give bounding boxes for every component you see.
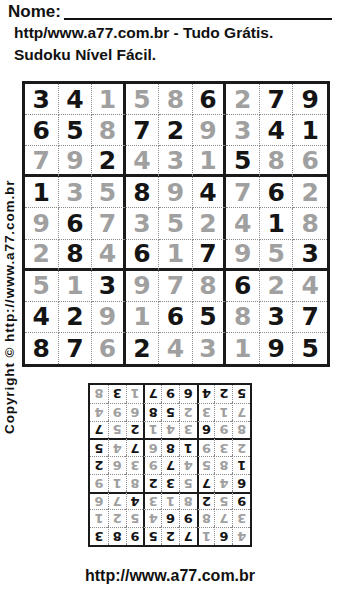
sudoku-cell-r3c6: 3	[143, 492, 161, 510]
sudoku-cell-r3c7: 5	[226, 146, 260, 177]
sudoku-cell-r3c1: 7	[25, 146, 59, 177]
sudoku-cell-r5c7: 4	[226, 208, 260, 239]
sudoku-cell-r2c3: 8	[92, 115, 126, 146]
sudoku-cell-r4c2: 4	[214, 474, 232, 492]
sudoku-cell-r9c8: 9	[260, 333, 294, 364]
sudoku-cell-r6c8: 4	[108, 438, 126, 456]
sudoku-cell-r6c7: 7	[126, 438, 144, 456]
sudoku-cell-r3c2: 5	[214, 492, 232, 510]
sudoku-cell-r5c5: 7	[161, 456, 179, 474]
sudoku-cell-r8c3: 3	[197, 403, 215, 421]
footer-url: http://www.a77.com.br	[0, 567, 340, 585]
sudoku-cell-r3c3: 2	[197, 492, 215, 510]
sudoku-cell-r7c3: 6	[197, 421, 215, 439]
sudoku-cell-r9c3: 6	[92, 333, 126, 364]
sudoku-cell-r4c7: 7	[226, 177, 260, 208]
sudoku-cell-r3c9: 6	[293, 146, 327, 177]
sudoku-cell-r4c7: 8	[126, 474, 144, 492]
sudoku-cell-r7c9: 7	[90, 421, 108, 439]
sudoku-cell-r2c7: 3	[226, 115, 260, 146]
sudoku-cell-r3c9: 6	[90, 492, 108, 510]
sudoku-cell-r9c8: 3	[108, 385, 126, 403]
sudoku-cell-r6c6: 6	[143, 438, 161, 456]
sudoku-cell-r7c2: 1	[59, 271, 93, 302]
sudoku-cell-r2c9: 1	[90, 509, 108, 527]
sudoku-cell-r4c3: 5	[92, 177, 126, 208]
sudoku-cell-r5c7: 3	[126, 456, 144, 474]
sudoku-cell-r2c2: 7	[214, 509, 232, 527]
sudoku-cell-r8c4: 1	[126, 302, 160, 333]
sudoku-cell-r6c3: 4	[92, 240, 126, 271]
sudoku-cell-r5c9: 2	[90, 456, 108, 474]
sudoku-cell-r8c7: 8	[226, 302, 260, 333]
sudoku-cell-r3c2: 9	[59, 146, 93, 177]
sudoku-cell-r1c8: 7	[260, 84, 294, 115]
sudoku-cell-r2c4: 9	[179, 509, 197, 527]
sudoku-cell-r2c7: 5	[126, 509, 144, 527]
sudoku-cell-r5c8: 6	[108, 456, 126, 474]
sudoku-cell-r5c1: 1	[232, 456, 250, 474]
sudoku-cell-r2c1: 3	[232, 509, 250, 527]
sudoku-cell-r6c2: 8	[59, 240, 93, 271]
sudoku-cell-r1c7: 9	[126, 527, 144, 545]
sudoku-cell-r2c5: 6	[161, 509, 179, 527]
sudoku-cell-r8c9: 7	[293, 302, 327, 333]
sudoku-cell-r8c5: 5	[161, 403, 179, 421]
sudoku-cell-r1c4: 5	[126, 84, 160, 115]
sudoku-cell-r9c7: 1	[126, 385, 144, 403]
sudoku-cell-r8c4: 2	[179, 403, 197, 421]
sudoku-cell-r1c3: 1	[92, 84, 126, 115]
difficulty-headline: Sudoku Nível Fácil.	[14, 46, 156, 64]
sudoku-cell-r8c9: 4	[90, 403, 108, 421]
sudoku-cell-r6c2: 3	[214, 438, 232, 456]
sudoku-cell-r5c9: 8	[293, 208, 327, 239]
vertical-copyright-text: Copyright © http://www.a77.com.br	[2, 180, 17, 434]
sudoku-cell-r7c6: 1	[143, 421, 161, 439]
sudoku-cell-r1c7: 2	[226, 84, 260, 115]
sudoku-cell-r2c2: 5	[59, 115, 93, 146]
sudoku-cell-r7c7: 6	[226, 271, 260, 302]
sudoku-cell-r3c5: 3	[159, 146, 193, 177]
sudoku-cell-r7c4: 9	[126, 271, 160, 302]
sudoku-cell-r6c9: 5	[90, 438, 108, 456]
sudoku-cell-r7c9: 4	[293, 271, 327, 302]
sudoku-cell-r6c6: 7	[193, 240, 227, 271]
sudoku-cell-r2c6: 9	[193, 115, 227, 146]
site-headline: http/www.a77.com.br - Tudo Grátis.	[14, 24, 273, 42]
sudoku-cell-r9c2: 2	[214, 385, 232, 403]
sudoku-cell-r5c3: 5	[197, 456, 215, 474]
sudoku-cell-r8c1: 7	[232, 403, 250, 421]
sudoku-cell-r1c1: 3	[25, 84, 59, 115]
sudoku-cell-r4c3: 7	[197, 474, 215, 492]
sudoku-cell-r9c9: 5	[293, 333, 327, 364]
sudoku-cell-r3c6: 1	[193, 146, 227, 177]
sudoku-cell-r1c6: 5	[143, 527, 161, 545]
sudoku-cell-r5c3: 7	[92, 208, 126, 239]
sudoku-cell-r8c5: 6	[159, 302, 193, 333]
sudoku-cell-r7c3: 3	[92, 271, 126, 302]
sudoku-cell-r7c6: 8	[193, 271, 227, 302]
sudoku-cell-r4c5: 3	[161, 474, 179, 492]
sudoku-cell-r2c1: 6	[25, 115, 59, 146]
sudoku-cell-r9c1: 8	[25, 333, 59, 364]
sudoku-cell-r2c9: 1	[293, 115, 327, 146]
sudoku-cell-r7c8: 5	[108, 421, 126, 439]
sudoku-cell-r5c8: 1	[260, 208, 294, 239]
sudoku-cell-r4c6: 2	[143, 474, 161, 492]
sudoku-cell-r9c4: 6	[179, 385, 197, 403]
sudoku-cell-r3c3: 2	[92, 146, 126, 177]
sudoku-cell-r8c7: 6	[126, 403, 144, 421]
sudoku-cell-r4c8: 1	[108, 474, 126, 492]
sudoku-cell-r8c8: 3	[260, 302, 294, 333]
sudoku-cell-r7c8: 2	[260, 271, 294, 302]
sudoku-cell-r9c6: 3	[193, 333, 227, 364]
sudoku-cell-r2c8: 2	[108, 509, 126, 527]
sudoku-cell-r3c4: 4	[126, 146, 160, 177]
sudoku-cell-r4c1: 6	[232, 474, 250, 492]
sudoku-cell-r1c9: 3	[90, 527, 108, 545]
sudoku-cell-r6c8: 5	[260, 240, 294, 271]
sudoku-cell-r6c4: 6	[126, 240, 160, 271]
sudoku-cell-r6c1: 2	[232, 438, 250, 456]
sudoku-cell-r9c1: 5	[232, 385, 250, 403]
sudoku-cell-r6c5: 1	[159, 240, 193, 271]
sudoku-cell-r3c8: 8	[260, 146, 294, 177]
sudoku-cell-r9c5: 4	[159, 333, 193, 364]
sudoku-cell-r6c4: 1	[179, 438, 197, 456]
sudoku-cell-r7c1: 5	[25, 271, 59, 302]
sudoku-printable-page: Nome: http/www.a77.com.br - Tudo Grátis.…	[0, 0, 340, 596]
sudoku-cell-r7c5: 4	[161, 421, 179, 439]
name-underline	[64, 4, 332, 20]
sudoku-cell-r3c7: 4	[126, 492, 144, 510]
sudoku-cell-r7c1: 8	[232, 421, 250, 439]
sudoku-cell-r3c1: 9	[232, 492, 250, 510]
sudoku-cell-r8c8: 9	[108, 403, 126, 421]
sudoku-cell-r8c2: 2	[59, 302, 93, 333]
sudoku-cell-r4c6: 4	[193, 177, 227, 208]
sudoku-cell-r7c5: 7	[159, 271, 193, 302]
sudoku-cell-r5c2: 6	[59, 208, 93, 239]
sudoku-cell-r8c3: 9	[92, 302, 126, 333]
sudoku-cell-r4c2: 3	[59, 177, 93, 208]
sudoku-cell-r4c1: 1	[25, 177, 59, 208]
sudoku-cell-r5c2: 8	[214, 456, 232, 474]
sudoku-cell-r4c5: 9	[159, 177, 193, 208]
sudoku-cell-r9c6: 7	[143, 385, 161, 403]
sudoku-cell-r5c1: 9	[25, 208, 59, 239]
sudoku-cell-r3c5: 1	[161, 492, 179, 510]
sudoku-cell-r6c7: 9	[226, 240, 260, 271]
sudoku-cell-r6c9: 3	[293, 240, 327, 271]
sudoku-cell-r8c6: 8	[143, 403, 161, 421]
sudoku-cell-r9c3: 4	[197, 385, 215, 403]
sudoku-cell-r3c8: 7	[108, 492, 126, 510]
sudoku-cell-r5c4: 3	[126, 208, 160, 239]
sudoku-cell-r4c9: 9	[90, 474, 108, 492]
sudoku-cell-r3c4: 8	[179, 492, 197, 510]
sudoku-cell-r9c9: 8	[90, 385, 108, 403]
sudoku-cell-r6c5: 8	[161, 438, 179, 456]
sudoku-cell-r4c9: 2	[293, 177, 327, 208]
sudoku-cell-r9c2: 7	[59, 333, 93, 364]
sudoku-cell-r1c8: 8	[108, 527, 126, 545]
sudoku-cell-r1c5: 2	[161, 527, 179, 545]
sudoku-cell-r9c7: 1	[226, 333, 260, 364]
sudoku-cell-r8c2: 1	[214, 403, 232, 421]
sudoku-cell-r4c8: 6	[260, 177, 294, 208]
sudoku-cell-r4c4: 5	[179, 474, 197, 492]
sudoku-cell-r1c2: 6	[214, 527, 232, 545]
sudoku-cell-r1c2: 4	[59, 84, 93, 115]
sudoku-cell-r5c4: 4	[179, 456, 197, 474]
name-label: Nome:	[8, 2, 61, 22]
sudoku-cell-r1c6: 6	[193, 84, 227, 115]
sudoku-cell-r9c5: 9	[161, 385, 179, 403]
name-row: Nome:	[8, 2, 332, 22]
sudoku-cell-r2c4: 7	[126, 115, 160, 146]
sudoku-cell-r1c5: 8	[159, 84, 193, 115]
sudoku-cell-r8c1: 4	[25, 302, 59, 333]
sudoku-cell-r2c5: 2	[159, 115, 193, 146]
sudoku-cell-r5c6: 9	[143, 456, 161, 474]
sudoku-cell-r9c4: 2	[126, 333, 160, 364]
sudoku-cell-r2c3: 8	[197, 509, 215, 527]
main-sudoku-grid: 3415862796587293417924315861358947629673…	[22, 81, 330, 367]
sudoku-cell-r1c3: 1	[197, 527, 215, 545]
sudoku-cell-r7c2: 9	[214, 421, 232, 439]
sudoku-cell-r1c9: 9	[293, 84, 327, 115]
sudoku-cell-r7c7: 2	[126, 421, 144, 439]
sudoku-cell-r8c6: 5	[193, 302, 227, 333]
sudoku-cell-r5c5: 5	[159, 208, 193, 239]
sudoku-cell-r2c6: 4	[143, 509, 161, 527]
sudoku-cell-r1c1: 4	[232, 527, 250, 545]
sudoku-cell-r4c4: 8	[126, 177, 160, 208]
sudoku-cell-r5c6: 2	[193, 208, 227, 239]
sudoku-cell-r6c3: 9	[197, 438, 215, 456]
upside-down-answer-grid: 4617259833789645219528134766475328191854…	[88, 383, 252, 547]
sudoku-cell-r6c1: 2	[25, 240, 59, 271]
sudoku-cell-r7c4: 3	[179, 421, 197, 439]
sudoku-cell-r2c8: 4	[260, 115, 294, 146]
sudoku-cell-r1c4: 7	[179, 527, 197, 545]
